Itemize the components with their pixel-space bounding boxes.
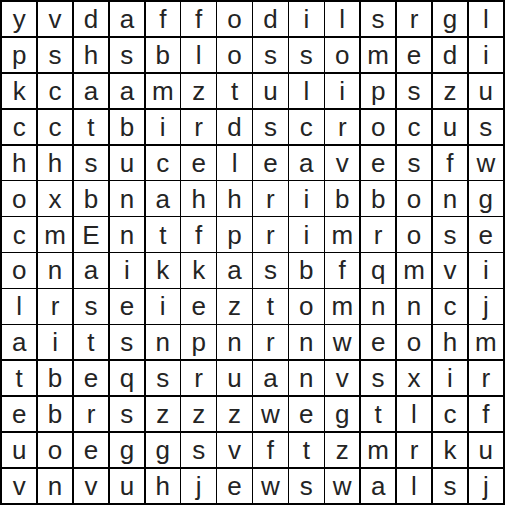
- grid-cell[interactable]: t: [2, 361, 36, 395]
- grid-cell[interactable]: e: [361, 146, 395, 180]
- grid-cell[interactable]: d: [433, 38, 467, 72]
- grid-cell[interactable]: c: [289, 110, 323, 144]
- grid-cell[interactable]: c: [433, 397, 467, 431]
- grid-cell[interactable]: l: [181, 38, 215, 72]
- grid-cell[interactable]: t: [74, 110, 108, 144]
- grid-cell[interactable]: d: [217, 110, 251, 144]
- grid-cell[interactable]: b: [325, 181, 359, 215]
- grid-cell[interactable]: v: [433, 253, 467, 287]
- grid-cell[interactable]: t: [253, 289, 287, 323]
- grid-cell[interactable]: c: [2, 110, 36, 144]
- grid-cell[interactable]: i: [289, 181, 323, 215]
- grid-cell[interactable]: f: [181, 2, 215, 36]
- grid-cell[interactable]: o: [2, 181, 36, 215]
- grid-cell[interactable]: e: [397, 38, 431, 72]
- grid-cell[interactable]: p: [217, 217, 251, 251]
- grid-cell[interactable]: o: [289, 289, 323, 323]
- grid-cell[interactable]: r: [469, 361, 503, 395]
- grid-cell[interactable]: a: [110, 74, 144, 108]
- grid-cell[interactable]: h: [146, 469, 180, 503]
- grid-cell[interactable]: u: [433, 110, 467, 144]
- grid-cell[interactable]: s: [361, 361, 395, 395]
- grid-cell[interactable]: c: [397, 110, 431, 144]
- grid-cell[interactable]: i: [469, 253, 503, 287]
- grid-cell[interactable]: w: [253, 469, 287, 503]
- grid-cell[interactable]: r: [325, 110, 359, 144]
- grid-cell[interactable]: l: [289, 74, 323, 108]
- grid-cell[interactable]: k: [2, 74, 36, 108]
- grid-cell[interactable]: e: [110, 289, 144, 323]
- grid-cell[interactable]: c: [433, 289, 467, 323]
- grid-cell[interactable]: r: [253, 325, 287, 359]
- grid-cell[interactable]: z: [181, 397, 215, 431]
- grid-cell[interactable]: v: [74, 469, 108, 503]
- grid-cell[interactable]: l: [217, 146, 251, 180]
- grid-cell[interactable]: n: [289, 361, 323, 395]
- grid-cell[interactable]: f: [146, 2, 180, 36]
- grid-cell[interactable]: n: [38, 253, 72, 287]
- grid-cell[interactable]: o: [397, 181, 431, 215]
- grid-cell[interactable]: s: [289, 38, 323, 72]
- grid-cell[interactable]: w: [469, 146, 503, 180]
- grid-cell[interactable]: x: [397, 361, 431, 395]
- grid-cell[interactable]: n: [38, 469, 72, 503]
- grid-cell[interactable]: v: [325, 361, 359, 395]
- grid-cell[interactable]: k: [433, 433, 467, 467]
- grid-cell[interactable]: j: [469, 289, 503, 323]
- grid-cell[interactable]: o: [2, 253, 36, 287]
- grid-cell[interactable]: w: [325, 469, 359, 503]
- grid-cell[interactable]: l: [397, 397, 431, 431]
- grid-cell[interactable]: s: [110, 397, 144, 431]
- grid-cell[interactable]: s: [433, 217, 467, 251]
- grid-cell[interactable]: x: [38, 181, 72, 215]
- grid-cell[interactable]: m: [325, 217, 359, 251]
- grid-cell[interactable]: k: [181, 253, 215, 287]
- grid-cell[interactable]: a: [2, 325, 36, 359]
- grid-cell[interactable]: e: [469, 217, 503, 251]
- grid-cell[interactable]: n: [397, 289, 431, 323]
- grid-cell[interactable]: u: [469, 433, 503, 467]
- grid-cell[interactable]: o: [397, 325, 431, 359]
- grid-cell[interactable]: s: [146, 361, 180, 395]
- grid-cell[interactable]: v: [38, 2, 72, 36]
- grid-cell[interactable]: u: [217, 361, 251, 395]
- grid-cell[interactable]: h: [38, 146, 72, 180]
- grid-cell[interactable]: i: [146, 110, 180, 144]
- grid-cell[interactable]: s: [110, 325, 144, 359]
- grid-cell[interactable]: h: [74, 38, 108, 72]
- grid-cell[interactable]: g: [469, 181, 503, 215]
- grid-cell[interactable]: m: [146, 74, 180, 108]
- grid-cell[interactable]: s: [74, 289, 108, 323]
- grid-cell[interactable]: m: [361, 433, 395, 467]
- grid-cell[interactable]: n: [110, 181, 144, 215]
- grid-cell[interactable]: c: [2, 217, 36, 251]
- grid-cell[interactable]: n: [217, 325, 251, 359]
- grid-cell[interactable]: l: [2, 289, 36, 323]
- grid-cell[interactable]: s: [433, 469, 467, 503]
- grid-cell[interactable]: r: [397, 433, 431, 467]
- grid-cell[interactable]: f: [253, 433, 287, 467]
- grid-cell[interactable]: f: [433, 146, 467, 180]
- grid-cell[interactable]: e: [74, 433, 108, 467]
- grid-cell[interactable]: l: [397, 469, 431, 503]
- grid-cell[interactable]: p: [2, 38, 36, 72]
- grid-cell[interactable]: m: [469, 325, 503, 359]
- grid-cell[interactable]: g: [146, 433, 180, 467]
- grid-cell[interactable]: z: [146, 397, 180, 431]
- grid-cell[interactable]: n: [110, 217, 144, 251]
- grid-cell[interactable]: v: [325, 146, 359, 180]
- grid-cell[interactable]: b: [74, 181, 108, 215]
- grid-cell[interactable]: r: [397, 2, 431, 36]
- grid-cell[interactable]: i: [433, 361, 467, 395]
- grid-cell[interactable]: p: [361, 74, 395, 108]
- grid-cell[interactable]: g: [325, 397, 359, 431]
- grid-cell[interactable]: m: [325, 289, 359, 323]
- grid-cell[interactable]: u: [2, 433, 36, 467]
- grid-cell[interactable]: r: [253, 181, 287, 215]
- grid-cell[interactable]: u: [469, 74, 503, 108]
- grid-cell[interactable]: c: [146, 146, 180, 180]
- grid-cell[interactable]: i: [325, 74, 359, 108]
- grid-cell[interactable]: b: [38, 361, 72, 395]
- grid-cell[interactable]: h: [181, 181, 215, 215]
- grid-cell[interactable]: a: [74, 74, 108, 108]
- grid-cell[interactable]: r: [74, 397, 108, 431]
- grid-cell[interactable]: s: [397, 74, 431, 108]
- grid-cell[interactable]: z: [325, 433, 359, 467]
- grid-cell[interactable]: c: [38, 110, 72, 144]
- grid-cell[interactable]: t: [361, 397, 395, 431]
- grid-cell[interactable]: w: [253, 397, 287, 431]
- grid-cell[interactable]: y: [2, 2, 36, 36]
- grid-cell[interactable]: d: [74, 2, 108, 36]
- grid-cell[interactable]: i: [289, 217, 323, 251]
- grid-cell[interactable]: o: [217, 2, 251, 36]
- grid-cell[interactable]: r: [38, 289, 72, 323]
- grid-cell[interactable]: m: [397, 253, 431, 287]
- grid-cell[interactable]: E: [74, 217, 108, 251]
- grid-cell[interactable]: h: [433, 325, 467, 359]
- grid-cell[interactable]: a: [146, 181, 180, 215]
- grid-cell[interactable]: t: [289, 433, 323, 467]
- grid-cell[interactable]: p: [181, 325, 215, 359]
- grid-cell[interactable]: w: [325, 325, 359, 359]
- grid-cell[interactable]: s: [253, 38, 287, 72]
- grid-cell[interactable]: l: [325, 2, 359, 36]
- grid-cell[interactable]: a: [289, 146, 323, 180]
- grid-cell[interactable]: s: [289, 469, 323, 503]
- grid-cell[interactable]: u: [110, 469, 144, 503]
- grid-cell[interactable]: q: [361, 253, 395, 287]
- grid-cell[interactable]: o: [361, 110, 395, 144]
- grid-cell[interactable]: u: [253, 74, 287, 108]
- grid-cell[interactable]: a: [74, 253, 108, 287]
- word-search-grid: yvdaffodilsrglpshsblossomedikcaamztulips…: [0, 0, 505, 505]
- grid-cell[interactable]: e: [2, 397, 36, 431]
- grid-cell[interactable]: j: [469, 469, 503, 503]
- grid-cell[interactable]: z: [181, 74, 215, 108]
- grid-cell[interactable]: h: [2, 146, 36, 180]
- grid-cell[interactable]: b: [361, 181, 395, 215]
- grid-cell[interactable]: r: [181, 110, 215, 144]
- grid-cell[interactable]: o: [397, 217, 431, 251]
- grid-cell[interactable]: r: [253, 217, 287, 251]
- grid-cell[interactable]: b: [146, 38, 180, 72]
- grid-cell[interactable]: j: [181, 469, 215, 503]
- grid-cell[interactable]: k: [146, 253, 180, 287]
- grid-cell[interactable]: n: [289, 325, 323, 359]
- grid-cell[interactable]: z: [217, 289, 251, 323]
- grid-cell[interactable]: o: [325, 38, 359, 72]
- grid-cell[interactable]: t: [74, 325, 108, 359]
- grid-cell[interactable]: e: [289, 397, 323, 431]
- grid-cell[interactable]: f: [181, 217, 215, 251]
- grid-cell[interactable]: s: [38, 38, 72, 72]
- grid-cell[interactable]: i: [146, 289, 180, 323]
- grid-cell[interactable]: o: [217, 38, 251, 72]
- grid-cell[interactable]: b: [289, 253, 323, 287]
- grid-cell[interactable]: t: [217, 74, 251, 108]
- grid-cell[interactable]: s: [361, 2, 395, 36]
- grid-cell[interactable]: s: [253, 110, 287, 144]
- grid-cell[interactable]: g: [433, 2, 467, 36]
- grid-cell[interactable]: g: [110, 433, 144, 467]
- grid-cell[interactable]: q: [110, 361, 144, 395]
- grid-cell[interactable]: b: [110, 110, 144, 144]
- grid-cell[interactable]: a: [110, 2, 144, 36]
- grid-cell[interactable]: r: [181, 361, 215, 395]
- grid-cell[interactable]: o: [38, 433, 72, 467]
- grid-cell[interactable]: f: [325, 253, 359, 287]
- grid-cell[interactable]: v: [217, 433, 251, 467]
- grid-cell[interactable]: m: [38, 217, 72, 251]
- grid-cell[interactable]: e: [217, 469, 251, 503]
- grid-cell[interactable]: s: [253, 253, 287, 287]
- grid-cell[interactable]: u: [110, 146, 144, 180]
- grid-cell[interactable]: a: [253, 361, 287, 395]
- grid-cell[interactable]: n: [146, 325, 180, 359]
- grid-cell[interactable]: s: [469, 110, 503, 144]
- grid-cell[interactable]: z: [217, 397, 251, 431]
- grid-cell[interactable]: i: [289, 2, 323, 36]
- grid-cell[interactable]: e: [74, 361, 108, 395]
- grid-cell[interactable]: n: [361, 289, 395, 323]
- grid-cell[interactable]: e: [181, 146, 215, 180]
- grid-cell[interactable]: h: [217, 181, 251, 215]
- grid-cell[interactable]: e: [181, 289, 215, 323]
- grid-cell[interactable]: a: [217, 253, 251, 287]
- grid-cell[interactable]: s: [110, 38, 144, 72]
- grid-cell[interactable]: r: [361, 217, 395, 251]
- grid-cell[interactable]: l: [469, 2, 503, 36]
- grid-cell[interactable]: i: [110, 253, 144, 287]
- grid-cell[interactable]: s: [74, 146, 108, 180]
- grid-cell[interactable]: d: [253, 2, 287, 36]
- grid-cell[interactable]: s: [397, 146, 431, 180]
- grid-cell[interactable]: s: [181, 433, 215, 467]
- grid-cell[interactable]: a: [361, 469, 395, 503]
- grid-cell[interactable]: f: [469, 397, 503, 431]
- grid-cell[interactable]: e: [253, 146, 287, 180]
- grid-cell[interactable]: v: [2, 469, 36, 503]
- grid-cell[interactable]: i: [38, 325, 72, 359]
- grid-cell[interactable]: z: [433, 74, 467, 108]
- grid-cell[interactable]: m: [361, 38, 395, 72]
- grid-cell[interactable]: b: [38, 397, 72, 431]
- grid-cell[interactable]: n: [433, 181, 467, 215]
- grid-cell[interactable]: t: [146, 217, 180, 251]
- grid-cell[interactable]: i: [469, 38, 503, 72]
- grid-cell[interactable]: c: [38, 74, 72, 108]
- grid-cell[interactable]: e: [361, 325, 395, 359]
